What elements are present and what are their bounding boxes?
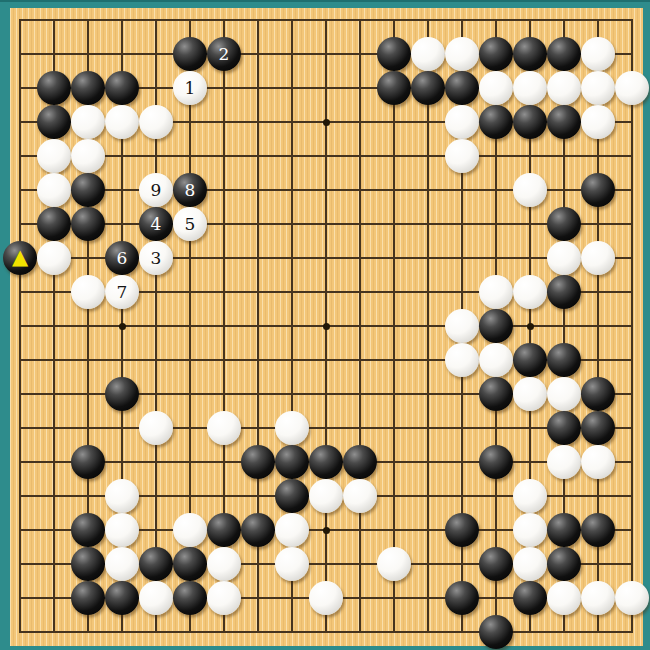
- intersection-E15[interactable]: [139, 139, 173, 173]
- intersection-T11[interactable]: [615, 275, 649, 309]
- intersection-M13[interactable]: [377, 207, 411, 241]
- intersection-B5[interactable]: [37, 479, 71, 513]
- intersection-N18[interactable]: [411, 37, 445, 71]
- intersection-K15[interactable]: [309, 139, 343, 173]
- intersection-N5[interactable]: [411, 479, 445, 513]
- intersection-T6[interactable]: [615, 445, 649, 479]
- intersection-K8[interactable]: [309, 377, 343, 411]
- intersection-H4[interactable]: [241, 513, 275, 547]
- intersection-H19[interactable]: [241, 3, 275, 37]
- intersection-P3[interactable]: [479, 547, 513, 581]
- intersection-N3[interactable]: [411, 547, 445, 581]
- intersection-G19[interactable]: [207, 3, 241, 37]
- intersection-D13[interactable]: [105, 207, 139, 241]
- intersection-N13[interactable]: [411, 207, 445, 241]
- intersection-B4[interactable]: [37, 513, 71, 547]
- intersection-R13[interactable]: [547, 207, 581, 241]
- intersection-H18[interactable]: [241, 37, 275, 71]
- intersection-T18[interactable]: [615, 37, 649, 71]
- intersection-P12[interactable]: [479, 241, 513, 275]
- intersection-A4[interactable]: [3, 513, 37, 547]
- intersection-F18[interactable]: [173, 37, 207, 71]
- intersection-Q2[interactable]: [513, 581, 547, 615]
- intersection-T4[interactable]: [615, 513, 649, 547]
- intersection-C19[interactable]: [71, 3, 105, 37]
- intersection-J8[interactable]: [275, 377, 309, 411]
- intersection-K18[interactable]: [309, 37, 343, 71]
- intersection-N17[interactable]: [411, 71, 445, 105]
- intersection-Q16[interactable]: [513, 105, 547, 139]
- intersection-F2[interactable]: [173, 581, 207, 615]
- intersection-J10[interactable]: [275, 309, 309, 343]
- intersection-Q8[interactable]: [513, 377, 547, 411]
- intersection-E19[interactable]: [139, 3, 173, 37]
- intersection-L2[interactable]: [343, 581, 377, 615]
- intersection-H17[interactable]: [241, 71, 275, 105]
- intersection-L9[interactable]: [343, 343, 377, 377]
- intersection-K14[interactable]: [309, 173, 343, 207]
- intersection-J12[interactable]: [275, 241, 309, 275]
- intersection-S3[interactable]: [581, 547, 615, 581]
- intersection-E14[interactable]: 9: [139, 173, 173, 207]
- intersection-C8[interactable]: [71, 377, 105, 411]
- intersection-A5[interactable]: [3, 479, 37, 513]
- intersection-C17[interactable]: [71, 71, 105, 105]
- intersection-P7[interactable]: [479, 411, 513, 445]
- intersection-B2[interactable]: [37, 581, 71, 615]
- intersection-G6[interactable]: [207, 445, 241, 479]
- intersection-L1[interactable]: [343, 615, 377, 649]
- intersection-D14[interactable]: [105, 173, 139, 207]
- intersection-Q14[interactable]: [513, 173, 547, 207]
- intersection-J17[interactable]: [275, 71, 309, 105]
- intersection-O5[interactable]: [445, 479, 479, 513]
- intersection-L11[interactable]: [343, 275, 377, 309]
- intersection-T12[interactable]: [615, 241, 649, 275]
- intersection-O19[interactable]: [445, 3, 479, 37]
- intersection-D5[interactable]: [105, 479, 139, 513]
- intersection-R11[interactable]: [547, 275, 581, 309]
- intersection-N9[interactable]: [411, 343, 445, 377]
- intersection-N14[interactable]: [411, 173, 445, 207]
- intersection-N7[interactable]: [411, 411, 445, 445]
- intersection-B10[interactable]: [37, 309, 71, 343]
- intersection-F1[interactable]: [173, 615, 207, 649]
- intersection-H15[interactable]: [241, 139, 275, 173]
- intersection-R9[interactable]: [547, 343, 581, 377]
- intersection-H14[interactable]: [241, 173, 275, 207]
- intersection-P17[interactable]: [479, 71, 513, 105]
- intersection-O18[interactable]: [445, 37, 479, 71]
- intersection-Q12[interactable]: [513, 241, 547, 275]
- intersection-L10[interactable]: [343, 309, 377, 343]
- intersection-L14[interactable]: [343, 173, 377, 207]
- intersection-N2[interactable]: [411, 581, 445, 615]
- intersection-F5[interactable]: [173, 479, 207, 513]
- intersection-F7[interactable]: [173, 411, 207, 445]
- intersection-J15[interactable]: [275, 139, 309, 173]
- intersection-D16[interactable]: [105, 105, 139, 139]
- intersection-K4[interactable]: [309, 513, 343, 547]
- intersection-N10[interactable]: [411, 309, 445, 343]
- intersection-G4[interactable]: [207, 513, 241, 547]
- intersection-S6[interactable]: [581, 445, 615, 479]
- intersection-R18[interactable]: [547, 37, 581, 71]
- intersection-R12[interactable]: [547, 241, 581, 275]
- intersection-G2[interactable]: [207, 581, 241, 615]
- intersection-E13[interactable]: 4: [139, 207, 173, 241]
- intersection-L3[interactable]: [343, 547, 377, 581]
- intersection-T3[interactable]: [615, 547, 649, 581]
- intersection-A3[interactable]: [3, 547, 37, 581]
- intersection-P10[interactable]: [479, 309, 513, 343]
- intersection-S5[interactable]: [581, 479, 615, 513]
- intersection-A11[interactable]: [3, 275, 37, 309]
- intersection-E6[interactable]: [139, 445, 173, 479]
- intersection-Q1[interactable]: [513, 615, 547, 649]
- intersection-H12[interactable]: [241, 241, 275, 275]
- intersection-A12[interactable]: ▲: [3, 241, 37, 275]
- intersection-C10[interactable]: [71, 309, 105, 343]
- intersection-C9[interactable]: [71, 343, 105, 377]
- intersection-A18[interactable]: [3, 37, 37, 71]
- intersection-K2[interactable]: [309, 581, 343, 615]
- intersection-Q6[interactable]: [513, 445, 547, 479]
- intersection-M12[interactable]: [377, 241, 411, 275]
- intersection-T9[interactable]: [615, 343, 649, 377]
- intersection-L16[interactable]: [343, 105, 377, 139]
- intersection-D10[interactable]: [105, 309, 139, 343]
- intersection-F14[interactable]: 8: [173, 173, 207, 207]
- intersection-R1[interactable]: [547, 615, 581, 649]
- intersection-D18[interactable]: [105, 37, 139, 71]
- intersection-E4[interactable]: [139, 513, 173, 547]
- intersection-E9[interactable]: [139, 343, 173, 377]
- intersection-D9[interactable]: [105, 343, 139, 377]
- intersection-F3[interactable]: [173, 547, 207, 581]
- intersection-G3[interactable]: [207, 547, 241, 581]
- intersection-O3[interactable]: [445, 547, 479, 581]
- intersection-P15[interactable]: [479, 139, 513, 173]
- intersection-F17[interactable]: 1: [173, 71, 207, 105]
- intersection-H13[interactable]: [241, 207, 275, 241]
- intersection-J13[interactable]: [275, 207, 309, 241]
- intersection-S11[interactable]: [581, 275, 615, 309]
- intersection-B19[interactable]: [37, 3, 71, 37]
- intersection-S16[interactable]: [581, 105, 615, 139]
- intersection-M10[interactable]: [377, 309, 411, 343]
- intersection-M17[interactable]: [377, 71, 411, 105]
- intersection-P18[interactable]: [479, 37, 513, 71]
- intersection-K7[interactable]: [309, 411, 343, 445]
- intersection-E10[interactable]: [139, 309, 173, 343]
- intersection-H5[interactable]: [241, 479, 275, 513]
- intersection-R17[interactable]: [547, 71, 581, 105]
- intersection-S4[interactable]: [581, 513, 615, 547]
- intersection-O11[interactable]: [445, 275, 479, 309]
- intersection-J19[interactable]: [275, 3, 309, 37]
- intersection-T14[interactable]: [615, 173, 649, 207]
- intersection-F4[interactable]: [173, 513, 207, 547]
- intersection-D15[interactable]: [105, 139, 139, 173]
- intersection-J14[interactable]: [275, 173, 309, 207]
- intersection-T15[interactable]: [615, 139, 649, 173]
- intersection-F15[interactable]: [173, 139, 207, 173]
- intersection-F11[interactable]: [173, 275, 207, 309]
- intersection-D8[interactable]: [105, 377, 139, 411]
- intersection-Q13[interactable]: [513, 207, 547, 241]
- intersection-C14[interactable]: [71, 173, 105, 207]
- intersection-E17[interactable]: [139, 71, 173, 105]
- intersection-T16[interactable]: [615, 105, 649, 139]
- intersection-B13[interactable]: [37, 207, 71, 241]
- intersection-Q17[interactable]: [513, 71, 547, 105]
- intersection-P14[interactable]: [479, 173, 513, 207]
- intersection-H6[interactable]: [241, 445, 275, 479]
- intersection-L18[interactable]: [343, 37, 377, 71]
- intersection-A16[interactable]: [3, 105, 37, 139]
- intersection-D6[interactable]: [105, 445, 139, 479]
- intersection-F8[interactable]: [173, 377, 207, 411]
- intersection-O17[interactable]: [445, 71, 479, 105]
- intersection-T1[interactable]: [615, 615, 649, 649]
- intersection-K12[interactable]: [309, 241, 343, 275]
- intersection-N8[interactable]: [411, 377, 445, 411]
- intersection-E16[interactable]: [139, 105, 173, 139]
- intersection-G14[interactable]: [207, 173, 241, 207]
- intersection-N6[interactable]: [411, 445, 445, 479]
- intersection-F9[interactable]: [173, 343, 207, 377]
- intersection-G10[interactable]: [207, 309, 241, 343]
- intersection-H9[interactable]: [241, 343, 275, 377]
- intersection-T13[interactable]: [615, 207, 649, 241]
- intersection-B17[interactable]: [37, 71, 71, 105]
- intersection-R4[interactable]: [547, 513, 581, 547]
- intersection-R19[interactable]: [547, 3, 581, 37]
- intersection-B15[interactable]: [37, 139, 71, 173]
- intersection-D1[interactable]: [105, 615, 139, 649]
- intersection-E1[interactable]: [139, 615, 173, 649]
- intersection-J1[interactable]: [275, 615, 309, 649]
- intersection-A14[interactable]: [3, 173, 37, 207]
- intersection-L6[interactable]: [343, 445, 377, 479]
- intersection-S2[interactable]: [581, 581, 615, 615]
- intersection-A19[interactable]: [3, 3, 37, 37]
- intersection-G17[interactable]: [207, 71, 241, 105]
- intersection-C4[interactable]: [71, 513, 105, 547]
- intersection-L5[interactable]: [343, 479, 377, 513]
- intersection-A13[interactable]: [3, 207, 37, 241]
- intersection-F10[interactable]: [173, 309, 207, 343]
- intersection-K3[interactable]: [309, 547, 343, 581]
- intersection-O14[interactable]: [445, 173, 479, 207]
- intersection-T10[interactable]: [615, 309, 649, 343]
- intersection-Q9[interactable]: [513, 343, 547, 377]
- intersection-H1[interactable]: [241, 615, 275, 649]
- intersection-C2[interactable]: [71, 581, 105, 615]
- intersection-E11[interactable]: [139, 275, 173, 309]
- intersection-D3[interactable]: [105, 547, 139, 581]
- intersection-S19[interactable]: [581, 3, 615, 37]
- intersection-J16[interactable]: [275, 105, 309, 139]
- intersection-J9[interactable]: [275, 343, 309, 377]
- intersection-G9[interactable]: [207, 343, 241, 377]
- intersection-A6[interactable]: [3, 445, 37, 479]
- intersection-T2[interactable]: [615, 581, 649, 615]
- intersection-S14[interactable]: [581, 173, 615, 207]
- intersection-N1[interactable]: [411, 615, 445, 649]
- intersection-O8[interactable]: [445, 377, 479, 411]
- intersection-Q3[interactable]: [513, 547, 547, 581]
- intersection-M18[interactable]: [377, 37, 411, 71]
- intersection-S7[interactable]: [581, 411, 615, 445]
- intersection-B8[interactable]: [37, 377, 71, 411]
- intersection-L12[interactable]: [343, 241, 377, 275]
- intersection-J7[interactable]: [275, 411, 309, 445]
- intersection-S17[interactable]: [581, 71, 615, 105]
- intersection-M11[interactable]: [377, 275, 411, 309]
- intersection-S12[interactable]: [581, 241, 615, 275]
- intersection-A15[interactable]: [3, 139, 37, 173]
- intersection-G12[interactable]: [207, 241, 241, 275]
- intersection-K9[interactable]: [309, 343, 343, 377]
- intersection-R5[interactable]: [547, 479, 581, 513]
- intersection-P5[interactable]: [479, 479, 513, 513]
- intersection-T19[interactable]: [615, 3, 649, 37]
- intersection-G1[interactable]: [207, 615, 241, 649]
- intersection-C18[interactable]: [71, 37, 105, 71]
- intersection-C16[interactable]: [71, 105, 105, 139]
- intersection-A7[interactable]: [3, 411, 37, 445]
- intersection-R8[interactable]: [547, 377, 581, 411]
- intersection-N11[interactable]: [411, 275, 445, 309]
- intersection-F16[interactable]: [173, 105, 207, 139]
- intersection-M19[interactable]: [377, 3, 411, 37]
- intersection-D11[interactable]: 7: [105, 275, 139, 309]
- intersection-A10[interactable]: [3, 309, 37, 343]
- intersection-N16[interactable]: [411, 105, 445, 139]
- intersection-P1[interactable]: [479, 615, 513, 649]
- intersection-N15[interactable]: [411, 139, 445, 173]
- intersection-G13[interactable]: [207, 207, 241, 241]
- intersection-K17[interactable]: [309, 71, 343, 105]
- intersection-E3[interactable]: [139, 547, 173, 581]
- intersection-K13[interactable]: [309, 207, 343, 241]
- intersection-M2[interactable]: [377, 581, 411, 615]
- intersection-J4[interactable]: [275, 513, 309, 547]
- intersection-T7[interactable]: [615, 411, 649, 445]
- intersection-N19[interactable]: [411, 3, 445, 37]
- intersection-C6[interactable]: [71, 445, 105, 479]
- intersection-B18[interactable]: [37, 37, 71, 71]
- intersection-N12[interactable]: [411, 241, 445, 275]
- intersection-Q5[interactable]: [513, 479, 547, 513]
- intersection-C13[interactable]: [71, 207, 105, 241]
- intersection-F12[interactable]: [173, 241, 207, 275]
- intersection-M3[interactable]: [377, 547, 411, 581]
- intersection-B3[interactable]: [37, 547, 71, 581]
- intersection-P9[interactable]: [479, 343, 513, 377]
- intersection-S8[interactable]: [581, 377, 615, 411]
- intersection-H2[interactable]: [241, 581, 275, 615]
- intersection-O12[interactable]: [445, 241, 479, 275]
- intersection-Q7[interactable]: [513, 411, 547, 445]
- intersection-C1[interactable]: [71, 615, 105, 649]
- intersection-R16[interactable]: [547, 105, 581, 139]
- intersection-D17[interactable]: [105, 71, 139, 105]
- intersection-M15[interactable]: [377, 139, 411, 173]
- intersection-R2[interactable]: [547, 581, 581, 615]
- intersection-O13[interactable]: [445, 207, 479, 241]
- intersection-L13[interactable]: [343, 207, 377, 241]
- intersection-T17[interactable]: [615, 71, 649, 105]
- intersection-O2[interactable]: [445, 581, 479, 615]
- intersection-Q19[interactable]: [513, 3, 547, 37]
- intersection-A9[interactable]: [3, 343, 37, 377]
- intersection-K1[interactable]: [309, 615, 343, 649]
- intersection-E5[interactable]: [139, 479, 173, 513]
- intersection-M6[interactable]: [377, 445, 411, 479]
- intersection-S15[interactable]: [581, 139, 615, 173]
- intersection-Q11[interactable]: [513, 275, 547, 309]
- intersection-A17[interactable]: [3, 71, 37, 105]
- intersection-P4[interactable]: [479, 513, 513, 547]
- intersection-C7[interactable]: [71, 411, 105, 445]
- intersection-C15[interactable]: [71, 139, 105, 173]
- intersection-G8[interactable]: [207, 377, 241, 411]
- intersection-M16[interactable]: [377, 105, 411, 139]
- intersection-D12[interactable]: 6: [105, 241, 139, 275]
- intersection-K11[interactable]: [309, 275, 343, 309]
- intersection-R7[interactable]: [547, 411, 581, 445]
- intersection-E12[interactable]: 3: [139, 241, 173, 275]
- intersection-O1[interactable]: [445, 615, 479, 649]
- intersection-L8[interactable]: [343, 377, 377, 411]
- intersection-L15[interactable]: [343, 139, 377, 173]
- intersection-T5[interactable]: [615, 479, 649, 513]
- intersection-A1[interactable]: [3, 615, 37, 649]
- intersection-M14[interactable]: [377, 173, 411, 207]
- intersection-O16[interactable]: [445, 105, 479, 139]
- intersection-B6[interactable]: [37, 445, 71, 479]
- intersection-N4[interactable]: [411, 513, 445, 547]
- intersection-Q18[interactable]: [513, 37, 547, 71]
- intersection-M5[interactable]: [377, 479, 411, 513]
- intersection-F6[interactable]: [173, 445, 207, 479]
- intersection-S13[interactable]: [581, 207, 615, 241]
- intersection-M1[interactable]: [377, 615, 411, 649]
- intersection-K16[interactable]: [309, 105, 343, 139]
- intersection-A8[interactable]: [3, 377, 37, 411]
- intersection-B16[interactable]: [37, 105, 71, 139]
- intersection-G16[interactable]: [207, 105, 241, 139]
- intersection-M9[interactable]: [377, 343, 411, 377]
- intersection-O7[interactable]: [445, 411, 479, 445]
- intersection-C12[interactable]: [71, 241, 105, 275]
- intersection-D7[interactable]: [105, 411, 139, 445]
- intersection-F19[interactable]: [173, 3, 207, 37]
- intersection-P8[interactable]: [479, 377, 513, 411]
- intersection-H7[interactable]: [241, 411, 275, 445]
- intersection-L7[interactable]: [343, 411, 377, 445]
- intersection-B12[interactable]: [37, 241, 71, 275]
- intersection-Q15[interactable]: [513, 139, 547, 173]
- intersection-P11[interactable]: [479, 275, 513, 309]
- intersection-E18[interactable]: [139, 37, 173, 71]
- intersection-G18[interactable]: 2: [207, 37, 241, 71]
- intersection-B11[interactable]: [37, 275, 71, 309]
- intersection-J18[interactable]: [275, 37, 309, 71]
